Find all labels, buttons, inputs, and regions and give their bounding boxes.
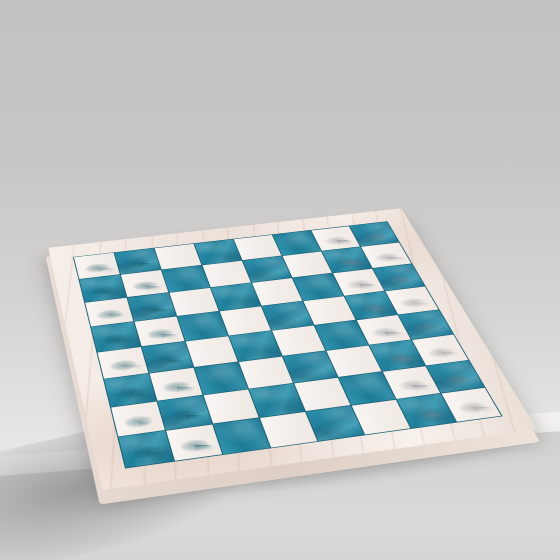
square-h4 [306, 406, 364, 441]
scene-3d: ♜♟♟♜♞♟♟♞♝♟♟♝♛♟♟♛♚♟♟♚♝♟♟♝♞♟♟♞♜♟♟♜ [0, 0, 560, 560]
square-f4 [283, 351, 338, 383]
white-rook-h1: ♜ [450, 365, 495, 411]
board-marble-frame: ♜♟♟♜♞♟♟♞♝♟♟♝♛♟♟♛♚♟♟♚♝♟♟♝♞♟♟♞♜♟♟♜ [48, 208, 537, 490]
square-h1: ♜ [442, 388, 502, 422]
square-h3 [352, 400, 411, 435]
photo-stage: ♜♟♟♜♞♟♟♞♝♟♟♝♛♟♟♛♚♟♟♚♝♟♟♝♞♟♟♞♜♟♟♜ [0, 0, 560, 560]
teal-rook-h8: ♜ [123, 408, 170, 456]
white-pawn-h2: ♟ [408, 378, 447, 418]
square-h7: ♟ [166, 424, 222, 460]
teal-pawn-h7: ♟ [175, 409, 215, 450]
chess-board: ♜♟♟♜♞♟♟♞♝♟♟♝♛♟♟♛♚♟♟♚♝♟♟♝♞♟♟♞♜♟♟♜ [48, 208, 537, 490]
square-h8: ♜ [118, 431, 173, 468]
board-grid: ♜♟♟♜♞♟♟♞♝♟♟♝♛♟♟♛♚♟♟♚♝♟♟♝♞♟♟♞♜♟♟♜ [73, 221, 503, 468]
